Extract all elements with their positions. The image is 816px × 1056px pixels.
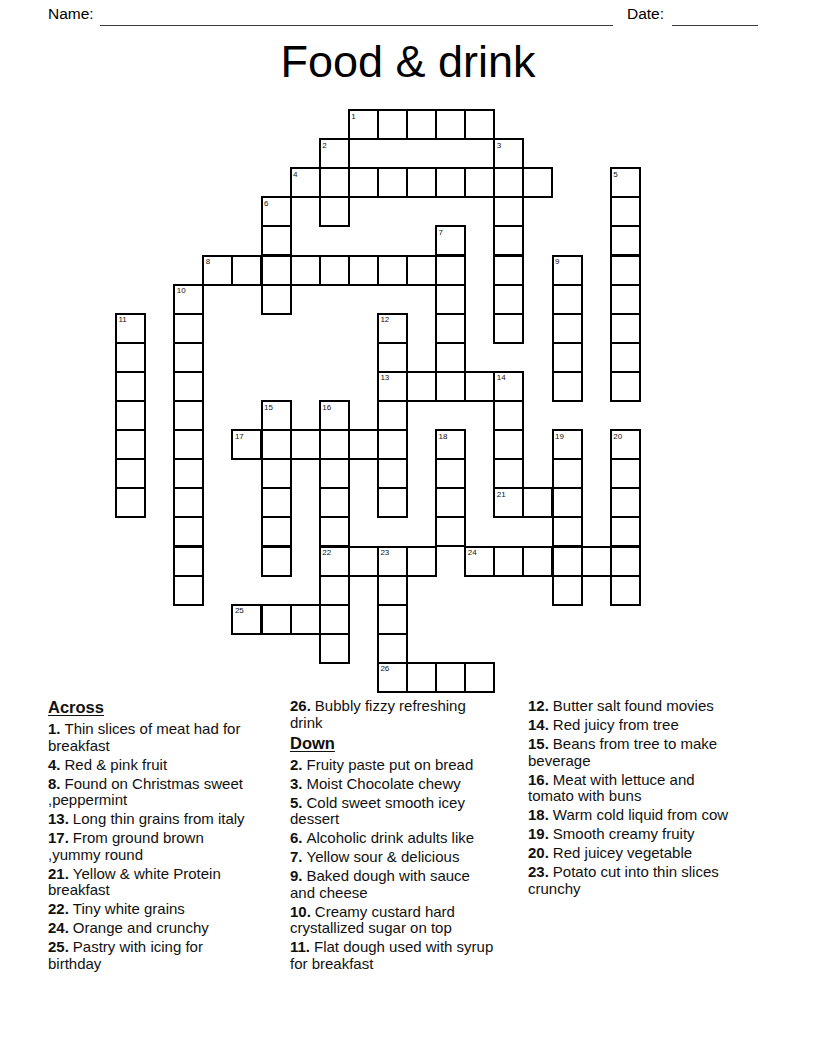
grid-cell[interactable] [173,575,204,606]
grid-cell[interactable] [493,196,524,227]
grid-cell[interactable] [493,400,524,431]
grid-cell[interactable] [435,167,466,198]
clue-item-number: 9. [290,867,303,884]
clue-item-text: Potato cut into thin slices crunchy [528,863,719,897]
grid-cell[interactable] [261,225,292,256]
clue-item: 15.Beans from tree to make beverage [528,736,770,769]
grid-cell[interactable] [610,546,641,577]
clue-item-number: 18. [528,806,549,823]
clue-item-text: Moist Chocolate chewy [307,775,461,792]
grid-cell[interactable] [173,429,204,460]
grid-cell[interactable] [493,255,524,286]
clue-number: 18 [439,432,448,441]
clue-item-text: Creamy custard hard crystallized sugar o… [290,903,455,937]
grid-cell[interactable] [552,371,583,402]
grid-cell[interactable] [115,371,146,402]
clue-item-number: 15. [528,735,549,752]
grid-cell[interactable] [261,546,292,577]
clue-item-number: 25. [48,938,69,955]
grid-cell[interactable] [435,342,466,373]
grid-cell[interactable] [493,429,524,460]
clue-item-text: Tiny white grains [73,900,185,917]
grid-cell[interactable] [261,284,292,315]
grid-cell[interactable] [173,371,204,402]
grid-cell[interactable] [290,429,321,460]
grid-cell[interactable] [319,516,350,547]
clue-item: 18.Warm cold liquid from cow [528,807,770,824]
clue-item-number: 2. [290,756,303,773]
clue-item: 25.Pastry with icing for birthday [48,939,281,972]
grid-cell[interactable] [261,429,292,460]
grid-cell[interactable] [290,255,321,286]
grid-cell[interactable] [377,458,408,489]
grid-cell[interactable] [173,342,204,373]
clue-number: 11 [119,315,127,324]
grid-cell[interactable] [464,109,495,140]
clue-number: 1 [351,112,355,121]
down-header: Down [290,734,526,753]
clue-item-text: Bubbly fizzy refreshing drink [290,697,466,731]
clue-item-number: 13. [48,810,69,827]
grid-cell[interactable] [115,400,146,431]
grid-cell[interactable] [319,429,350,460]
clue-number: 26 [380,664,389,673]
grid-cell[interactable] [493,458,524,489]
grid-cell[interactable] [552,575,583,606]
clue-item-number: 14. [528,716,549,733]
clue-item-number: 8. [48,775,61,792]
grid-cell[interactable] [348,429,379,460]
clues-column-right: 12.Butter salt found movies14.Red juicy … [528,698,770,900]
grid-cell[interactable] [319,196,350,227]
grid-cell[interactable] [173,487,204,518]
clue-item-text: Thin slices of meat had for breakfast [48,720,240,754]
grid-cell[interactable] [610,342,641,373]
grid-cell[interactable] [319,458,350,489]
grid-cell[interactable] [610,313,641,344]
grid-cell[interactable] [377,487,408,518]
clue-number: 15 [264,403,273,412]
clue-item: 24.Orange and crunchy [48,920,281,937]
clue-number: 9 [555,257,559,266]
grid-cell[interactable] [610,255,641,286]
clue-number: 20 [613,432,622,441]
grid-cell[interactable] [377,342,408,373]
clue-item: 4.Red & pink fruit [48,757,281,774]
clue-item-text: Yellow & white Protein breakfast [48,865,221,899]
grid-cell[interactable] [493,313,524,344]
grid-cell[interactable] [581,546,612,577]
clue-item-text: Baked dough with sauce and cheese [290,867,470,901]
grid-cell[interactable] [464,167,495,198]
grid-cell[interactable] [377,167,408,198]
grid-cell[interactable] [406,255,437,286]
clue-item: 13.Long thin grains from italy [48,811,281,828]
grid-cell[interactable] [231,255,262,286]
grid-cell[interactable] [552,516,583,547]
clue-number: 25 [235,606,244,615]
clue-item-text: Meat with lettuce and tomato with buns [528,771,695,805]
grid-cell[interactable] [406,109,437,140]
grid-cell[interactable] [348,255,379,286]
clue-number: 4 [293,170,297,179]
grid-cell[interactable] [115,429,146,460]
clue-number: 6 [264,199,268,208]
grid-cell[interactable] [610,458,641,489]
clue-number: 7 [439,228,443,237]
grid-cell[interactable] [435,487,466,518]
clue-item: 22.Tiny white grains [48,901,281,918]
clue-item-text: Flat dough used with syrup for breakfast [290,938,493,972]
grid-cell[interactable] [552,487,583,518]
clue-item: 23.Potato cut into thin slices crunchy [528,864,770,897]
clue-item-number: 21. [48,865,69,882]
clue-number: 22 [322,548,331,557]
clue-item: 19.Smooth creamy fruity [528,826,770,843]
grid-cell[interactable] [173,516,204,547]
grid-cell[interactable] [377,255,408,286]
grid-cell[interactable] [610,575,641,606]
clue-item-number: 11. [290,938,310,955]
clue-item-text: Pastry with icing for birthday [48,938,203,972]
clues-column-middle: 26.Bubbly fizzy refreshing drinkDown2.Fr… [290,698,526,975]
clue-item: 10.Creamy custard hard crystallized suga… [290,904,526,937]
clue-item: 7.Yellow sour & delicious [290,849,526,866]
clue-number: 10 [177,286,186,295]
clue-item-text: Butter salt found movies [553,697,714,714]
grid-cell[interactable] [115,487,146,518]
clue-item-text: Cold sweet smooth icey dessert [290,794,465,828]
clue-item: 2.Fruity paste put on bread [290,757,526,774]
grid-cell[interactable] [610,225,641,256]
grid-cell[interactable] [319,575,350,606]
clue-item: 6.Alcoholic drink adults like [290,830,526,847]
grid-cell[interactable] [319,255,350,286]
grid-cell[interactable] [173,313,204,344]
grid-cell[interactable] [552,313,583,344]
clue-item-number: 10. [290,903,311,920]
grid-cell[interactable] [493,546,524,577]
clue-item-number: 3. [290,775,303,792]
grid-cell[interactable] [464,662,495,693]
clue-item-number: 7. [290,848,303,865]
clue-item-text: Smooth creamy fruity [553,825,695,842]
grid-cell[interactable] [173,546,204,577]
clue-number: 12 [380,315,389,324]
grid-cell[interactable] [406,167,437,198]
clue-item-text: Red juicy from tree [553,716,679,733]
clue-item-text: Yellow sour & delicious [307,848,460,865]
clue-item-number: 12. [528,697,549,714]
clue-item-text: Beans from tree to make beverage [528,735,717,769]
grid-cell[interactable] [406,662,437,693]
clue-item-number: 17. [48,829,69,846]
clue-item-text: Orange and crunchy [73,919,209,936]
clue-number: 23 [380,548,389,557]
grid-cell[interactable] [522,487,553,518]
grid-cell[interactable] [115,458,146,489]
clue-item-number: 24. [48,919,69,936]
clue-item-text: Warm cold liquid from cow [553,806,728,823]
clue-item-text: Fruity paste put on bread [307,756,474,773]
clue-item: 20.Red juicey vegetable [528,845,770,862]
across-header: Across [48,698,281,717]
clue-item-text: Found on Christmas sweet ,peppermint [48,775,243,809]
crossword-grid: 1234567891011121314151617181920212223242… [0,0,816,700]
grid-cell[interactable] [173,458,204,489]
clue-item: 8.Found on Christmas sweet ,peppermint [48,776,281,809]
clue-item: 5.Cold sweet smooth icey dessert [290,795,526,828]
clue-number: 24 [468,548,477,557]
clue-item-number: 19. [528,825,549,842]
grid-cell[interactable] [435,284,466,315]
grid-cell[interactable] [493,167,524,198]
grid-cell[interactable] [406,371,437,402]
clue-number: 14 [497,373,506,382]
clue-item: 26.Bubbly fizzy refreshing drink [290,698,526,731]
grid-cell[interactable] [435,313,466,344]
grid-cell[interactable] [610,371,641,402]
grid-cell[interactable] [406,546,437,577]
grid-cell[interactable] [261,458,292,489]
grid-cell[interactable] [377,109,408,140]
clue-item-number: 1. [48,720,61,737]
clue-item: 9.Baked dough with sauce and cheese [290,868,526,901]
clue-item: 16.Meat with lettuce and tomato with bun… [528,772,770,805]
clue-item-number: 6. [290,829,303,846]
grid-cell[interactable] [261,516,292,547]
clue-item: 3.Moist Chocolate chewy [290,776,526,793]
clue-number: 21 [497,490,506,499]
clue-number: 2 [322,141,326,150]
clue-item-number: 26. [290,697,311,714]
grid-cell[interactable] [435,662,466,693]
clue-number: 5 [613,170,617,179]
grid-cell[interactable] [610,516,641,547]
grid-cell[interactable] [377,604,408,635]
clue-number: 8 [206,257,210,266]
clue-number: 19 [555,432,564,441]
clue-item: 17.From ground brown ,yummy round [48,830,281,863]
clue-item-text: Red & pink fruit [65,756,168,773]
clue-item: 11.Flat dough used with syrup for breakf… [290,939,526,972]
grid-cell[interactable] [348,546,379,577]
clue-item-text: From ground brown ,yummy round [48,829,204,863]
worksheet-page: Name: Date: Food & drink 123456789101112… [0,0,816,1056]
grid-cell[interactable] [319,487,350,518]
grid-cell[interactable] [377,429,408,460]
clue-number: 13 [380,373,389,382]
clue-item-number: 20. [528,844,549,861]
grid-cell[interactable] [552,458,583,489]
grid-cell[interactable] [115,342,146,373]
grid-cell[interactable] [493,284,524,315]
grid-cell[interactable] [435,458,466,489]
grid-cell[interactable] [319,604,350,635]
clue-item-number: 22. [48,900,69,917]
clue-number: 17 [235,432,244,441]
grid-cell[interactable] [610,487,641,518]
grid-cell[interactable] [377,400,408,431]
grid-cell[interactable] [261,487,292,518]
grid-cell[interactable] [435,255,466,286]
grid-cell[interactable] [552,546,583,577]
grid-cell[interactable] [435,516,466,547]
grid-cell[interactable] [290,604,321,635]
grid-cell[interactable] [435,371,466,402]
grid-cell[interactable] [261,604,292,635]
clue-item-text: Long thin grains from italy [73,810,245,827]
clue-item: 21.Yellow & white Protein breakfast [48,866,281,899]
grid-cell[interactable] [261,255,292,286]
grid-cell[interactable] [377,575,408,606]
grid-cell[interactable] [319,167,350,198]
clue-item: 14.Red juicy from tree [528,717,770,734]
clue-item-number: 16. [528,771,549,788]
clue-item-text: Alcoholic drink adults like [307,829,475,846]
clue-item-number: 4. [48,756,61,773]
clue-item-text: Red juicey vegetable [553,844,692,861]
clue-item: 1.Thin slices of meat had for breakfast [48,721,281,754]
clue-number: 16 [322,403,331,412]
clue-item-number: 5. [290,794,303,811]
grid-cell[interactable] [552,342,583,373]
grid-cell[interactable] [173,400,204,431]
grid-cell[interactable] [464,371,495,402]
grid-cell[interactable] [610,284,641,315]
grid-cell[interactable] [522,167,553,198]
clue-item: 12.Butter salt found movies [528,698,770,715]
clue-item-number: 23. [528,863,549,880]
grid-cell[interactable] [522,546,553,577]
grid-cell[interactable] [435,109,466,140]
clues-column-across: Across1.Thin slices of meat had for brea… [48,698,281,975]
grid-cell[interactable] [610,196,641,227]
clue-number: 3 [497,141,501,150]
grid-cell[interactable] [377,633,408,664]
grid-cell[interactable] [493,225,524,256]
grid-cell[interactable] [552,284,583,315]
grid-cell[interactable] [348,167,379,198]
grid-cell[interactable] [319,633,350,664]
